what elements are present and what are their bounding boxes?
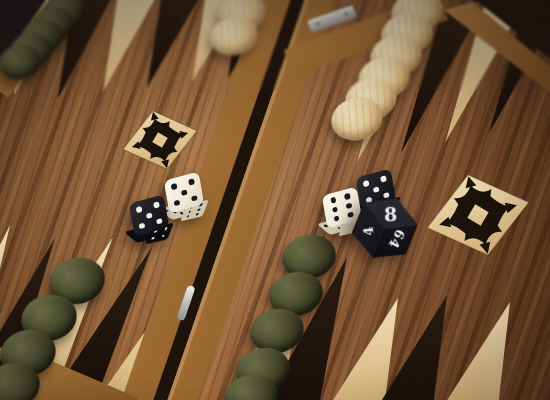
die-pip xyxy=(151,237,155,241)
diamond-inlay-left xyxy=(116,102,204,179)
die-pip xyxy=(380,176,386,183)
backgammon-photo: 8 64 4 xyxy=(0,0,550,400)
die-pip xyxy=(156,218,162,225)
die-pip xyxy=(344,193,350,200)
die-pip xyxy=(146,212,152,219)
die-black-left xyxy=(129,197,173,245)
die-pip xyxy=(153,202,159,209)
diamond-inlay-right xyxy=(417,162,539,268)
die-pip xyxy=(191,195,197,202)
cube-number-4: 4 xyxy=(360,226,376,237)
die-pip xyxy=(334,215,340,222)
die-pip xyxy=(330,197,336,204)
die-pip xyxy=(363,180,369,187)
die-pip xyxy=(347,211,353,218)
die-pip xyxy=(346,202,352,209)
die-pip xyxy=(171,183,177,190)
die-pip xyxy=(197,208,201,212)
die-pip xyxy=(181,189,187,196)
point-light xyxy=(437,302,510,400)
die-pip xyxy=(136,206,142,213)
die-pip xyxy=(186,215,190,219)
die-pip xyxy=(139,223,145,230)
die-pip xyxy=(161,234,165,238)
die-pip xyxy=(332,206,338,213)
cube-number-8: 8 xyxy=(384,203,398,225)
die-pip xyxy=(188,179,194,186)
die-pip xyxy=(174,200,180,207)
die-pip xyxy=(195,212,199,216)
die-pip xyxy=(188,210,192,214)
